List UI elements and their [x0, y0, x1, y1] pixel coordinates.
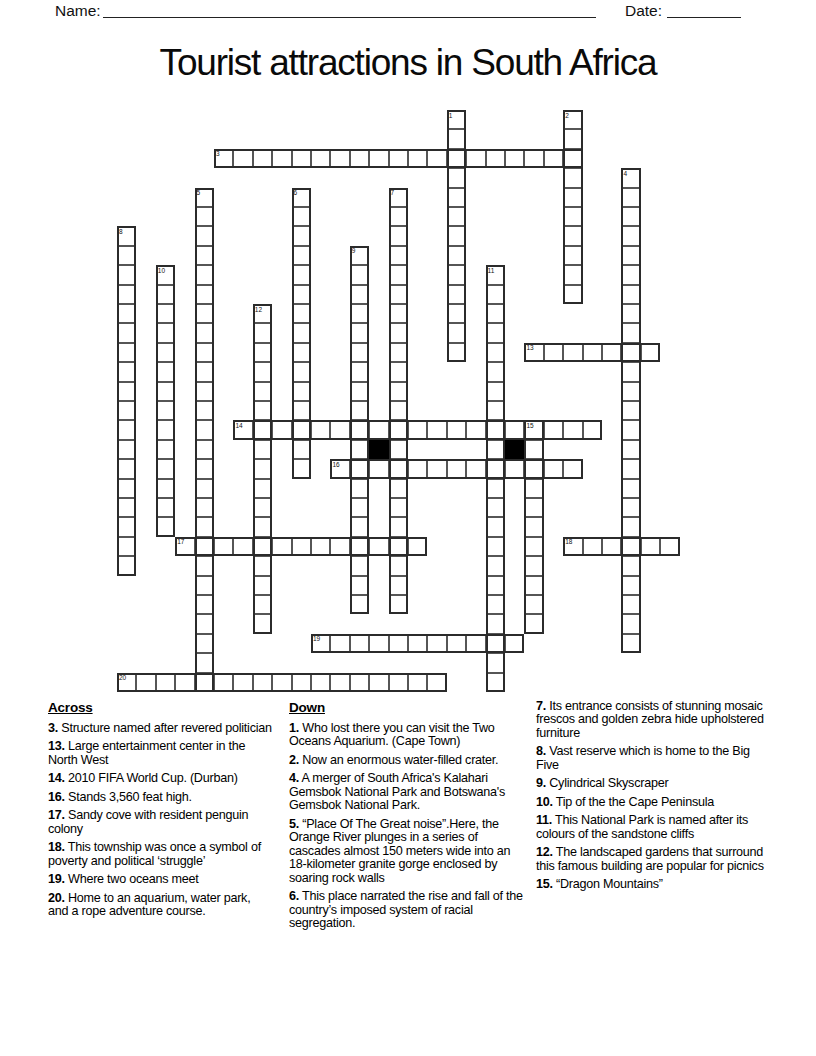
grid-cell[interactable] [389, 556, 408, 575]
grid-cell[interactable] [621, 168, 640, 187]
grid-cell[interactable] [447, 207, 466, 226]
grid-cell[interactable] [389, 440, 408, 459]
grid-cell[interactable] [156, 304, 175, 323]
grid-cell[interactable] [389, 343, 408, 362]
grid-cell[interactable] [253, 149, 272, 168]
grid-cell[interactable] [195, 595, 214, 614]
grid-cell[interactable] [350, 362, 369, 381]
grid-cell[interactable] [233, 149, 252, 168]
grid-cell[interactable] [583, 420, 602, 439]
grid-cell[interactable] [486, 343, 505, 362]
grid-cell[interactable] [311, 673, 330, 692]
grid-cell[interactable] [447, 634, 466, 653]
grid-cell[interactable] [117, 285, 136, 304]
grid-cell[interactable] [486, 653, 505, 672]
grid-cell[interactable] [583, 343, 602, 362]
grid-cell[interactable] [427, 634, 446, 653]
grid-cell[interactable] [621, 188, 640, 207]
grid-cell[interactable] [621, 576, 640, 595]
grid-cell[interactable] [621, 382, 640, 401]
grid-cell[interactable] [486, 556, 505, 575]
grid-cell[interactable] [447, 129, 466, 148]
grid-cell[interactable] [524, 149, 543, 168]
grid-cell[interactable] [253, 537, 272, 556]
grid-cell[interactable] [389, 479, 408, 498]
grid-cell[interactable] [389, 362, 408, 381]
grid-cell[interactable] [389, 537, 408, 556]
grid-cell[interactable] [389, 401, 408, 420]
grid-cell[interactable] [253, 459, 272, 478]
grid-cell[interactable] [330, 149, 349, 168]
grid-cell[interactable] [311, 634, 330, 653]
grid-cell[interactable] [117, 537, 136, 556]
grid-cell[interactable] [156, 498, 175, 517]
grid-cell[interactable] [292, 304, 311, 323]
grid-cell[interactable] [117, 401, 136, 420]
grid-cell[interactable] [195, 285, 214, 304]
grid-cell[interactable] [350, 246, 369, 265]
grid-cell[interactable] [156, 673, 175, 692]
grid-cell[interactable] [486, 517, 505, 536]
grid-cell[interactable] [621, 343, 640, 362]
grid-cell[interactable] [330, 634, 349, 653]
grid-cell[interactable] [117, 343, 136, 362]
grid-cell[interactable] [253, 440, 272, 459]
grid-cell[interactable] [389, 498, 408, 517]
grid-cell[interactable] [195, 265, 214, 284]
grid-cell[interactable] [427, 459, 446, 478]
grid-cell[interactable] [330, 537, 349, 556]
grid-cell[interactable] [447, 420, 466, 439]
grid-cell[interactable] [195, 576, 214, 595]
grid-cell[interactable] [272, 149, 291, 168]
grid-cell[interactable] [486, 323, 505, 342]
grid-cell[interactable] [253, 382, 272, 401]
grid-cell[interactable] [544, 343, 563, 362]
grid-cell[interactable] [563, 285, 582, 304]
grid-cell[interactable] [524, 556, 543, 575]
grid-cell[interactable] [486, 479, 505, 498]
grid-cell[interactable] [117, 265, 136, 284]
grid-cell[interactable] [621, 246, 640, 265]
grid-cell[interactable] [621, 459, 640, 478]
grid-cell[interactable] [408, 149, 427, 168]
grid-cell[interactable] [408, 459, 427, 478]
grid-cell[interactable] [486, 382, 505, 401]
grid-cell[interactable] [486, 576, 505, 595]
grid-cell[interactable] [292, 382, 311, 401]
grid-cell[interactable] [447, 168, 466, 187]
grid-cell[interactable] [195, 614, 214, 633]
grid-cell[interactable] [195, 382, 214, 401]
grid-cell[interactable] [350, 382, 369, 401]
grid-cell[interactable] [621, 362, 640, 381]
grid-cell[interactable] [486, 614, 505, 633]
grid-cell[interactable] [505, 634, 524, 653]
grid-cell[interactable] [486, 304, 505, 323]
grid-cell[interactable] [233, 420, 252, 439]
grid-cell[interactable] [156, 285, 175, 304]
grid-cell[interactable] [369, 420, 388, 439]
grid-cell[interactable] [214, 673, 233, 692]
grid-cell[interactable] [563, 129, 582, 148]
grid-cell[interactable] [292, 440, 311, 459]
grid-cell[interactable] [524, 440, 543, 459]
grid-cell[interactable] [195, 440, 214, 459]
grid-cell[interactable] [621, 401, 640, 420]
grid-cell[interactable] [660, 537, 679, 556]
grid-cell[interactable] [292, 537, 311, 556]
grid-cell[interactable] [544, 459, 563, 478]
grid-cell[interactable] [253, 420, 272, 439]
grid-cell[interactable] [524, 343, 543, 362]
grid-cell[interactable] [117, 420, 136, 439]
grid-cell[interactable] [486, 595, 505, 614]
grid-cell[interactable] [253, 673, 272, 692]
grid-cell[interactable] [330, 459, 349, 478]
grid-cell[interactable] [253, 362, 272, 381]
grid-cell[interactable] [350, 285, 369, 304]
grid-cell[interactable] [389, 246, 408, 265]
grid-cell[interactable] [195, 498, 214, 517]
grid-cell[interactable] [563, 110, 582, 129]
grid-cell[interactable] [195, 420, 214, 439]
grid-cell[interactable] [195, 673, 214, 692]
grid-cell[interactable] [350, 634, 369, 653]
grid-cell[interactable] [621, 285, 640, 304]
grid-cell[interactable] [621, 304, 640, 323]
grid-cell[interactable] [447, 304, 466, 323]
grid-cell[interactable] [427, 673, 446, 692]
grid-cell[interactable] [292, 285, 311, 304]
grid-cell[interactable] [369, 149, 388, 168]
grid-cell[interactable] [389, 673, 408, 692]
grid-cell[interactable] [195, 246, 214, 265]
grid-cell[interactable] [233, 537, 252, 556]
grid-cell[interactable] [621, 517, 640, 536]
grid-cell[interactable] [350, 323, 369, 342]
grid-cell[interactable] [389, 304, 408, 323]
grid-cell[interactable] [350, 517, 369, 536]
down-clues-column-2: 7. Its entrance consists of stunning mos… [536, 700, 768, 897]
grid-cell[interactable] [408, 673, 427, 692]
grid-cell[interactable] [330, 673, 349, 692]
grid-cell[interactable] [408, 634, 427, 653]
grid-cell[interactable] [253, 614, 272, 633]
grid-cell[interactable] [505, 149, 524, 168]
grid-cell[interactable] [117, 323, 136, 342]
grid-cell[interactable] [350, 595, 369, 614]
grid-cell[interactable] [486, 265, 505, 284]
grid-cell[interactable] [292, 343, 311, 362]
grid-cell[interactable] [156, 479, 175, 498]
grid-cell[interactable] [486, 420, 505, 439]
grid-cell[interactable] [486, 634, 505, 653]
grid-cell[interactable] [195, 517, 214, 536]
grid-cell[interactable] [389, 382, 408, 401]
grid-cell[interactable] [350, 556, 369, 575]
grid-cell[interactable] [253, 401, 272, 420]
grid-cell[interactable] [350, 420, 369, 439]
grid-cell[interactable] [156, 459, 175, 478]
grid-cell[interactable] [389, 207, 408, 226]
grid-cell[interactable] [486, 440, 505, 459]
grid-cell[interactable] [350, 537, 369, 556]
grid-cell[interactable] [292, 323, 311, 342]
grid-cell[interactable] [350, 343, 369, 362]
grid-cell[interactable] [447, 285, 466, 304]
grid-cell[interactable] [156, 362, 175, 381]
grid-cell[interactable] [563, 343, 582, 362]
grid-cell[interactable] [117, 479, 136, 498]
grid-cell[interactable] [486, 673, 505, 692]
grid-cell[interactable] [117, 246, 136, 265]
grid-cell[interactable] [253, 498, 272, 517]
grid-cell[interactable] [466, 420, 485, 439]
grid-cell[interactable] [136, 673, 155, 692]
grid-cell[interactable] [156, 401, 175, 420]
grid-cell[interactable] [524, 576, 543, 595]
name-blank-line[interactable] [103, 1, 596, 18]
grid-cell[interactable] [272, 420, 291, 439]
grid-cell[interactable] [389, 265, 408, 284]
grid-cell[interactable] [292, 362, 311, 381]
grid-cell[interactable] [641, 537, 660, 556]
grid-cell[interactable] [117, 556, 136, 575]
grid-cell[interactable] [389, 226, 408, 245]
grid-cell[interactable] [621, 323, 640, 342]
grid-cell[interactable] [466, 459, 485, 478]
grid-cell[interactable] [563, 246, 582, 265]
grid-cell[interactable] [292, 459, 311, 478]
grid-cell[interactable] [195, 226, 214, 245]
grid-cell[interactable] [350, 440, 369, 459]
grid-cell[interactable] [486, 537, 505, 556]
grid-cell[interactable] [389, 634, 408, 653]
grid-cell[interactable] [524, 498, 543, 517]
grid-cell[interactable] [195, 556, 214, 575]
grid-cell[interactable] [350, 304, 369, 323]
grid-cell[interactable] [621, 479, 640, 498]
grid-cell[interactable] [292, 420, 311, 439]
grid-cell[interactable] [427, 420, 446, 439]
grid-cell[interactable] [563, 459, 582, 478]
grid-cell[interactable] [563, 188, 582, 207]
grid-cell[interactable] [156, 323, 175, 342]
grid-cell[interactable] [292, 673, 311, 692]
grid-cell[interactable] [292, 226, 311, 245]
grid-cell[interactable] [156, 343, 175, 362]
grid-cell[interactable] [389, 517, 408, 536]
grid-cell[interactable] [117, 382, 136, 401]
grid-cell[interactable] [466, 634, 485, 653]
grid-cell[interactable] [272, 673, 291, 692]
grid-cell[interactable] [524, 517, 543, 536]
grid-cell[interactable] [544, 149, 563, 168]
grid-cell[interactable] [195, 401, 214, 420]
grid-cell[interactable] [505, 459, 524, 478]
grid-cell[interactable] [156, 420, 175, 439]
grid-cell[interactable] [175, 537, 194, 556]
grid-cell[interactable] [272, 537, 291, 556]
grid-cell[interactable] [117, 459, 136, 478]
grid-cell[interactable] [447, 149, 466, 168]
grid-cell[interactable] [369, 459, 388, 478]
grid-cell[interactable] [621, 226, 640, 245]
grid-cell[interactable] [486, 362, 505, 381]
grid-cell[interactable] [369, 673, 388, 692]
grid-cell[interactable] [602, 343, 621, 362]
grid-cell[interactable] [253, 323, 272, 342]
grid-cell[interactable] [621, 537, 640, 556]
grid-cell[interactable] [350, 401, 369, 420]
grid-cell[interactable] [486, 498, 505, 517]
grid-cell[interactable] [621, 634, 640, 653]
grid-cell[interactable] [486, 401, 505, 420]
grid-cell[interactable] [621, 207, 640, 226]
grid-cell[interactable] [330, 420, 349, 439]
grid-cell[interactable] [524, 459, 543, 478]
grid-cell[interactable] [350, 576, 369, 595]
grid-cell[interactable] [447, 226, 466, 245]
grid-cell[interactable] [350, 149, 369, 168]
grid-cell[interactable] [447, 246, 466, 265]
grid-cell[interactable] [350, 673, 369, 692]
grid-cell[interactable] [156, 265, 175, 284]
grid-cell[interactable] [117, 673, 136, 692]
grid-cell[interactable] [350, 459, 369, 478]
grid-cell[interactable] [311, 537, 330, 556]
grid-cell[interactable] [292, 246, 311, 265]
grid-cell[interactable] [195, 207, 214, 226]
grid-cell[interactable] [563, 149, 582, 168]
grid-cell[interactable] [253, 343, 272, 362]
grid-cell[interactable] [524, 537, 543, 556]
grid-cell[interactable] [563, 226, 582, 245]
grid-cell[interactable] [350, 479, 369, 498]
grid-cell[interactable] [156, 382, 175, 401]
grid-cell[interactable] [195, 343, 214, 362]
grid-cell[interactable] [117, 304, 136, 323]
grid-cell[interactable] [117, 517, 136, 536]
grid-cell[interactable] [524, 479, 543, 498]
grid-cell[interactable] [466, 149, 485, 168]
grid-cell[interactable] [621, 265, 640, 284]
grid-cell[interactable] [486, 149, 505, 168]
grid-cell[interactable] [175, 673, 194, 692]
grid-cell[interactable] [524, 420, 543, 439]
grid-cell[interactable] [524, 614, 543, 633]
grid-cell[interactable] [117, 226, 136, 245]
grid-cell[interactable] [389, 420, 408, 439]
grid-cell[interactable] [621, 498, 640, 517]
grid-cell[interactable] [195, 537, 214, 556]
grid-cell[interactable] [447, 110, 466, 129]
grid-cell[interactable] [621, 556, 640, 575]
grid-cell[interactable] [253, 576, 272, 595]
grid-cell[interactable] [292, 401, 311, 420]
grid-cell[interactable] [253, 556, 272, 575]
grid-cell[interactable] [369, 537, 388, 556]
grid-cell[interactable] [195, 459, 214, 478]
grid-cell[interactable] [486, 285, 505, 304]
grid-cell[interactable] [563, 207, 582, 226]
grid-cell[interactable] [117, 440, 136, 459]
grid-cell[interactable] [292, 265, 311, 284]
grid-cell[interactable] [563, 265, 582, 284]
grid-cell[interactable] [156, 440, 175, 459]
grid-cell[interactable] [447, 265, 466, 284]
grid-cell[interactable] [621, 614, 640, 633]
grid-cell[interactable] [427, 149, 446, 168]
grid-cell[interactable] [311, 420, 330, 439]
grid-cell[interactable] [292, 149, 311, 168]
grid-cell[interactable] [563, 420, 582, 439]
grid-cell[interactable] [408, 420, 427, 439]
grid-cell[interactable] [311, 149, 330, 168]
grid-cell[interactable] [253, 304, 272, 323]
grid-cell[interactable] [641, 343, 660, 362]
grid-cell[interactable] [524, 595, 543, 614]
grid-cell[interactable] [563, 168, 582, 187]
grid-cell[interactable] [408, 537, 427, 556]
grid-cell[interactable] [621, 595, 640, 614]
grid-cell[interactable] [621, 420, 640, 439]
grid-cell[interactable] [447, 343, 466, 362]
grid-cell[interactable] [253, 479, 272, 498]
date-blank-line[interactable] [667, 1, 741, 18]
grid-cell[interactable] [156, 517, 175, 536]
grid-cell[interactable] [447, 459, 466, 478]
grid-cell[interactable] [195, 304, 214, 323]
grid-cell[interactable] [389, 323, 408, 342]
grid-cell[interactable] [195, 188, 214, 207]
grid-cell[interactable] [195, 653, 214, 672]
grid-cell[interactable] [505, 420, 524, 439]
grid-cell[interactable] [195, 362, 214, 381]
grid-cell[interactable] [389, 459, 408, 478]
grid-cell[interactable] [292, 188, 311, 207]
grid-cell[interactable] [233, 673, 252, 692]
grid-cell[interactable] [447, 188, 466, 207]
grid-cell[interactable] [253, 517, 272, 536]
grid-cell[interactable] [350, 265, 369, 284]
grid-cell[interactable] [544, 420, 563, 439]
grid-cell[interactable] [117, 498, 136, 517]
grid-cell[interactable] [583, 537, 602, 556]
grid-cell[interactable] [486, 459, 505, 478]
grid-cell[interactable] [389, 576, 408, 595]
grid-cell[interactable] [621, 440, 640, 459]
grid-cell[interactable] [369, 634, 388, 653]
grid-cell[interactable] [195, 323, 214, 342]
grid-cell[interactable] [389, 285, 408, 304]
grid-cell[interactable] [195, 634, 214, 653]
grid-cell[interactable] [292, 207, 311, 226]
grid-cell[interactable] [389, 595, 408, 614]
grid-cell[interactable] [447, 323, 466, 342]
grid-cell[interactable] [563, 537, 582, 556]
grid-cell[interactable] [389, 149, 408, 168]
grid-cell[interactable] [117, 362, 136, 381]
grid-cell[interactable] [214, 537, 233, 556]
grid-cell[interactable] [253, 595, 272, 614]
grid-cell[interactable] [602, 537, 621, 556]
grid-cell[interactable] [389, 188, 408, 207]
grid-cell[interactable] [195, 479, 214, 498]
grid-cell[interactable] [350, 498, 369, 517]
grid-cell[interactable] [214, 149, 233, 168]
